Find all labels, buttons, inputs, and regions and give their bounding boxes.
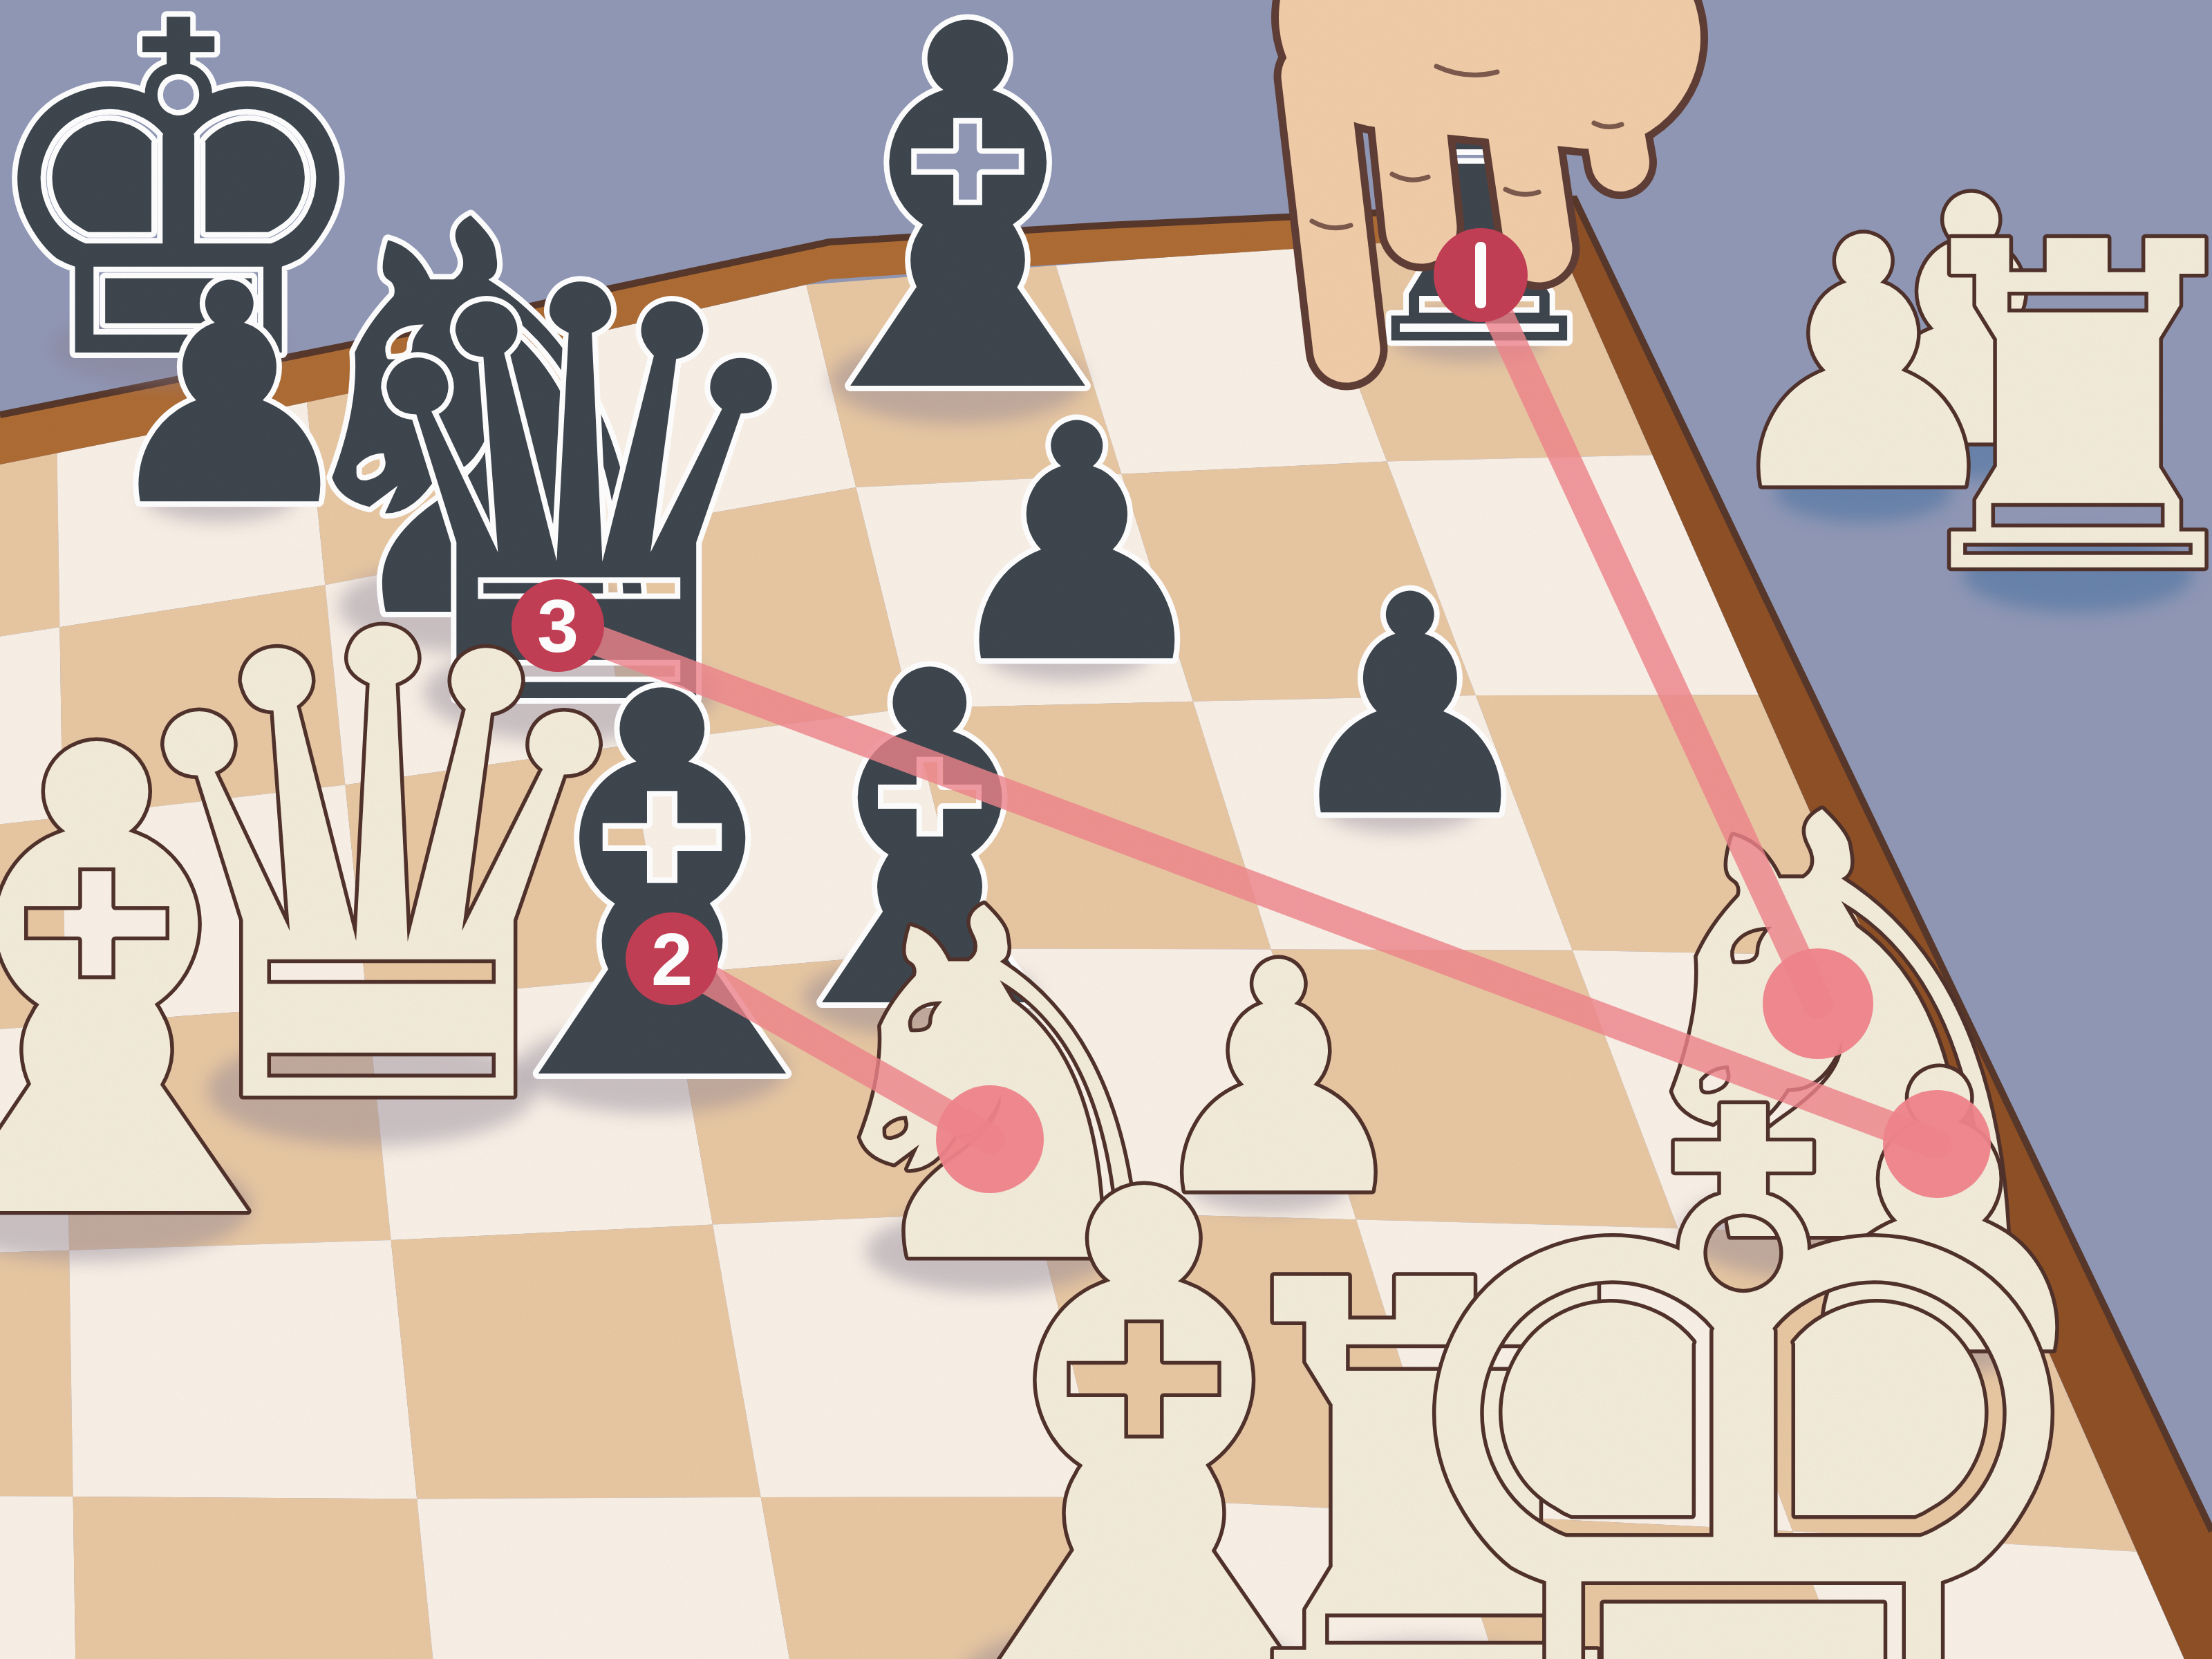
chess-illustration: ♜♚♝♟♟♟♜♞♟♛♟♝♝♛♟♝♞♞♟♝♜♚ xyxy=(0,0,2212,1659)
grain-texture xyxy=(0,0,2212,1659)
chess-scene: ♜♚♝♟♟♟♜♞♟♛♟♝♝♛♟♝♞♞♟♝♜♚ xyxy=(0,0,2212,1659)
